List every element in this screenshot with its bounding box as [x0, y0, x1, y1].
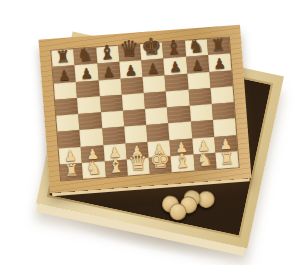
square-b8: ♞ [74, 48, 97, 66]
square-c1: ♝ [104, 159, 127, 177]
black-pawn-d7: ♟ [124, 62, 138, 77]
square-c7: ♟ [97, 62, 120, 80]
square-d1: ♛ [126, 158, 149, 176]
white-bishop-c1: ♝ [107, 156, 125, 176]
square-b7: ♟ [75, 64, 98, 82]
white-knight-g1: ♞ [196, 150, 213, 169]
square-a1: ♜ [60, 163, 83, 181]
square-g7: ♟ [186, 55, 209, 73]
square-c5 [99, 94, 122, 112]
square-e6 [143, 75, 166, 93]
square-g4 [189, 104, 212, 122]
black-bishop-f8: ♝ [165, 37, 183, 57]
square-g3 [191, 120, 214, 138]
square-b5 [77, 96, 100, 114]
square-g6 [187, 72, 210, 90]
black-king-e8: ♚ [140, 35, 162, 59]
square-c8: ♝ [96, 46, 119, 64]
white-rook-h1: ♜ [219, 150, 235, 167]
square-a7: ♟ [53, 65, 76, 83]
square-a3 [57, 130, 80, 148]
square-a4 [56, 114, 79, 132]
square-d8: ♛ [118, 44, 141, 62]
black-pawn-b7: ♟ [80, 65, 94, 80]
square-h7: ♟ [208, 54, 231, 72]
square-a8: ♜ [51, 49, 74, 67]
square-b6 [76, 80, 99, 98]
square-b3 [80, 129, 103, 147]
square-f3 [168, 122, 191, 140]
square-h5 [210, 86, 233, 104]
square-c3 [102, 127, 125, 145]
square-b4 [78, 112, 101, 130]
square-d5 [122, 93, 145, 111]
black-bishop-c8: ♝ [98, 42, 116, 62]
square-e1: ♚ [149, 156, 172, 174]
square-e3 [146, 124, 169, 142]
white-queen-d1: ♛ [127, 151, 148, 174]
black-knight-b8: ♞ [76, 45, 93, 64]
chess-set-photo: ♜♞♝♛♚♝♞♜♟♟♟♟♟♟♟♟♟♟♟♟♟♟♟♟♜♞♝♛♚♝♞♜ [0, 0, 300, 265]
black-knight-g8: ♞ [187, 37, 204, 56]
square-f1: ♝ [171, 154, 194, 172]
square-a5 [55, 98, 78, 116]
square-h8: ♜ [207, 38, 230, 56]
white-king-e1: ♚ [149, 148, 171, 172]
square-h3 [213, 119, 236, 137]
square-d7: ♟ [119, 60, 142, 78]
square-b1: ♞ [82, 161, 105, 179]
square-g8: ♞ [185, 39, 208, 57]
square-d3 [124, 125, 147, 143]
black-rook-a8: ♜ [55, 49, 71, 66]
square-f5 [166, 89, 189, 107]
square-f4 [167, 106, 190, 124]
black-pawn-c7: ♟ [102, 64, 116, 79]
square-c4 [101, 111, 124, 129]
square-h4 [212, 102, 235, 120]
square-a6 [54, 82, 77, 100]
square-f6 [165, 73, 188, 91]
square-f8: ♝ [162, 41, 185, 59]
white-rook-a1: ♜ [64, 162, 80, 179]
square-g5 [188, 88, 211, 106]
board-lid: ♜♞♝♛♚♝♞♜♟♟♟♟♟♟♟♟♟♟♟♟♟♟♟♟♜♞♝♛♚♝♞♜ [39, 25, 252, 194]
square-e4 [145, 107, 168, 125]
square-g1: ♞ [193, 153, 216, 171]
square-c6 [98, 78, 121, 96]
square-h6 [209, 70, 232, 88]
black-pawn-e7: ♟ [146, 60, 160, 75]
black-pawn-g7: ♟ [191, 57, 205, 72]
black-rook-h8: ♜ [211, 37, 227, 54]
black-pawn-h7: ♟ [213, 55, 227, 70]
square-e8: ♚ [140, 43, 163, 61]
chess-board: ♜♞♝♛♚♝♞♜♟♟♟♟♟♟♟♟♟♟♟♟♟♟♟♟♜♞♝♛♚♝♞♜ [50, 36, 239, 181]
square-d6 [120, 77, 143, 95]
square-d4 [123, 109, 146, 127]
white-knight-b1: ♞ [85, 158, 102, 177]
black-pawn-f7: ♟ [168, 59, 182, 74]
black-pawn-a7: ♟ [58, 67, 72, 82]
square-h1: ♜ [215, 151, 238, 169]
square-e7: ♟ [141, 59, 164, 77]
white-bishop-f1: ♝ [173, 151, 191, 171]
black-queen-d8: ♛ [119, 38, 140, 61]
square-f7: ♟ [164, 57, 187, 75]
square-e5 [144, 91, 167, 109]
